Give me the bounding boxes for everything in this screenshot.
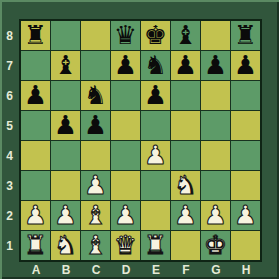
square-h7[interactable]: ♟ [231,51,260,80]
file-label-h: H [231,262,261,278]
square-e7[interactable]: ♞ [141,51,170,80]
square-h5[interactable] [231,111,260,140]
white-knight-icon: ♞ [174,172,197,198]
white-rook-icon: ♜ [24,232,47,258]
square-h4[interactable] [231,141,260,170]
black-knight-icon: ♞ [84,82,107,108]
square-c4[interactable] [81,141,110,170]
rank-label-2: 2 [0,201,19,231]
black-pawn-icon: ♟ [144,82,167,108]
black-rook-icon: ♜ [24,22,47,48]
square-a4[interactable] [21,141,50,170]
rank-label-4: 4 [0,141,19,171]
square-d2[interactable]: ♟ [111,201,140,230]
square-b3[interactable] [51,171,80,200]
square-c6[interactable]: ♞ [81,81,110,110]
black-rook-icon: ♜ [234,22,257,48]
rank-labels: 87654321 [0,21,19,261]
square-a5[interactable] [21,111,50,140]
square-b1[interactable]: ♞ [51,231,80,260]
white-pawn-icon: ♟ [114,202,137,228]
chess-board: ♜♛♚♝♜♝♟♞♟♟♟♟♞♟♟♟♟♟♞♟♟♝♟♟♟♟♜♞♝♛♜♚ [19,19,262,262]
white-pawn-icon: ♟ [54,202,77,228]
black-pawn-icon: ♟ [174,52,197,78]
file-label-g: G [201,262,231,278]
black-pawn-icon: ♟ [204,52,227,78]
square-h1[interactable] [231,231,260,260]
black-knight-icon: ♞ [144,52,167,78]
square-f8[interactable]: ♝ [171,21,200,50]
rank-label-3: 3 [0,171,19,201]
square-b5[interactable]: ♟ [51,111,80,140]
square-c2[interactable]: ♝ [81,201,110,230]
square-f1[interactable] [171,231,200,260]
square-g7[interactable]: ♟ [201,51,230,80]
square-d1[interactable]: ♛ [111,231,140,260]
square-d8[interactable]: ♛ [111,21,140,50]
white-pawn-icon: ♟ [234,202,257,228]
square-d3[interactable] [111,171,140,200]
file-label-c: C [81,262,111,278]
square-g8[interactable] [201,21,230,50]
white-queen-icon: ♛ [114,232,137,258]
square-a8[interactable]: ♜ [21,21,50,50]
white-rook-icon: ♜ [144,232,167,258]
square-g4[interactable] [201,141,230,170]
white-bishop-icon: ♝ [84,202,107,228]
black-pawn-icon: ♟ [24,82,47,108]
white-pawn-icon: ♟ [24,202,47,228]
square-h2[interactable]: ♟ [231,201,260,230]
square-c8[interactable] [81,21,110,50]
square-d6[interactable] [111,81,140,110]
white-king-icon: ♚ [204,232,227,258]
square-h6[interactable] [231,81,260,110]
square-b2[interactable]: ♟ [51,201,80,230]
square-f4[interactable] [171,141,200,170]
square-a6[interactable]: ♟ [21,81,50,110]
square-h8[interactable]: ♜ [231,21,260,50]
square-g3[interactable] [201,171,230,200]
square-f7[interactable]: ♟ [171,51,200,80]
file-label-e: E [141,262,171,278]
file-label-d: D [111,262,141,278]
square-e3[interactable] [141,171,170,200]
black-king-icon: ♚ [144,22,167,48]
square-e6[interactable]: ♟ [141,81,170,110]
square-h3[interactable] [231,171,260,200]
black-pawn-icon: ♟ [84,112,107,138]
rank-label-6: 6 [0,81,19,111]
square-d7[interactable]: ♟ [111,51,140,80]
black-pawn-icon: ♟ [54,112,77,138]
rank-label-1: 1 [0,231,19,261]
square-d5[interactable] [111,111,140,140]
white-pawn-icon: ♟ [84,172,107,198]
chess-app-window: 87654321 ♜♛♚♝♜♝♟♞♟♟♟♟♞♟♟♟♟♟♞♟♟♝♟♟♟♟♜♞♝♛♜… [0,0,279,279]
black-queen-icon: ♛ [114,22,137,48]
square-f6[interactable] [171,81,200,110]
file-label-a: A [21,262,51,278]
square-c1[interactable]: ♝ [81,231,110,260]
square-e2[interactable] [141,201,170,230]
square-e1[interactable]: ♜ [141,231,170,260]
file-label-f: F [171,262,201,278]
square-b4[interactable] [51,141,80,170]
white-pawn-icon: ♟ [144,142,167,168]
white-knight-icon: ♞ [54,232,77,258]
black-bishop-icon: ♝ [174,22,197,48]
rank-label-8: 8 [0,21,19,51]
square-a1[interactable]: ♜ [21,231,50,260]
square-e5[interactable] [141,111,170,140]
white-pawn-icon: ♟ [204,202,227,228]
square-d4[interactable] [111,141,140,170]
square-a3[interactable] [21,171,50,200]
square-c7[interactable] [81,51,110,80]
square-g2[interactable]: ♟ [201,201,230,230]
white-bishop-icon: ♝ [84,232,107,258]
file-labels: ABCDEFGH [21,262,261,278]
square-a2[interactable]: ♟ [21,201,50,230]
square-a7[interactable] [21,51,50,80]
black-bishop-icon: ♝ [54,52,77,78]
black-pawn-icon: ♟ [114,52,137,78]
square-g5[interactable] [201,111,230,140]
square-g6[interactable] [201,81,230,110]
square-b8[interactable] [51,21,80,50]
square-f3[interactable]: ♞ [171,171,200,200]
square-e8[interactable]: ♚ [141,21,170,50]
file-label-b: B [51,262,81,278]
white-pawn-icon: ♟ [174,202,197,228]
square-b6[interactable] [51,81,80,110]
square-b7[interactable]: ♝ [51,51,80,80]
square-g1[interactable]: ♚ [201,231,230,260]
black-pawn-icon: ♟ [234,52,257,78]
square-e4[interactable]: ♟ [141,141,170,170]
square-c5[interactable]: ♟ [81,111,110,140]
rank-label-5: 5 [0,111,19,141]
square-f5[interactable] [171,111,200,140]
rank-label-7: 7 [0,51,19,81]
square-f2[interactable]: ♟ [171,201,200,230]
square-c3[interactable]: ♟ [81,171,110,200]
